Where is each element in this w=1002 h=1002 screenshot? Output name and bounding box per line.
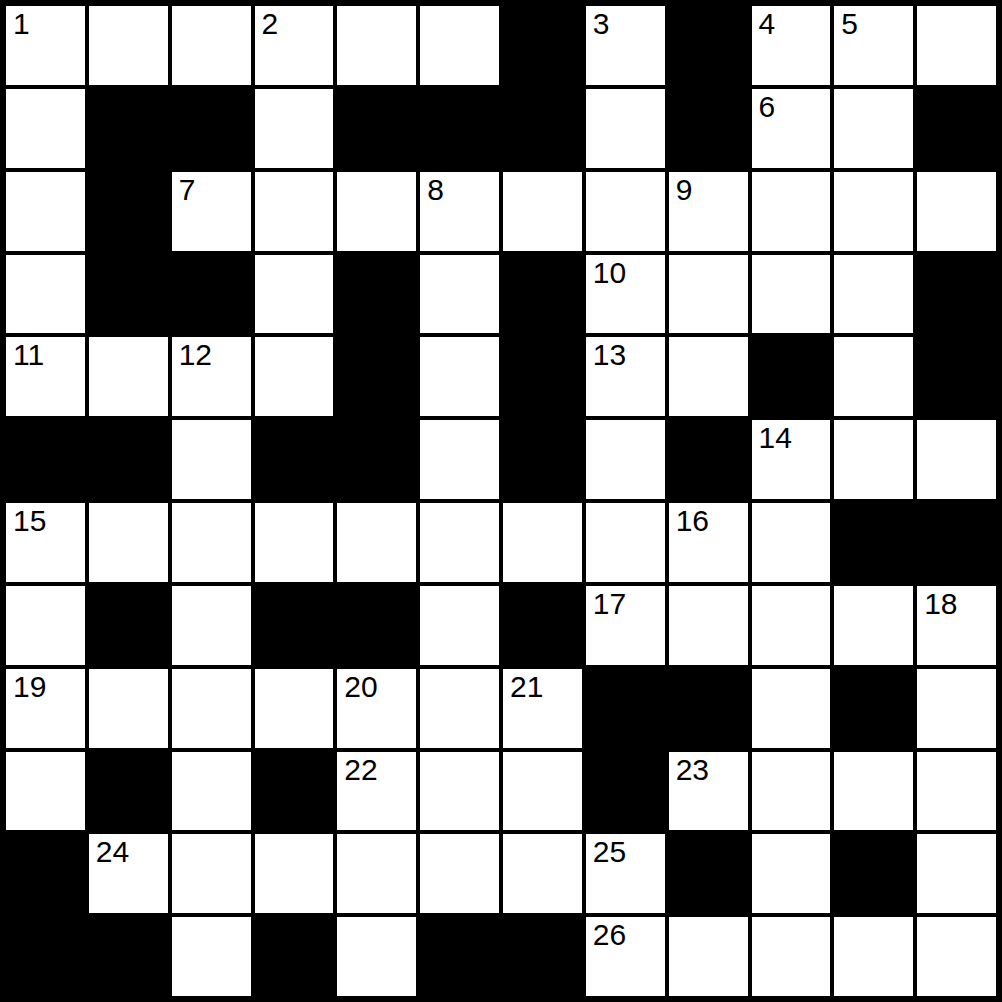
block-cell-r9c9	[669, 669, 748, 748]
block-cell-r9c11	[834, 669, 913, 748]
cell-r4c10[interactable]	[752, 255, 831, 334]
block-cell-r6c5	[337, 420, 416, 499]
cell-r11c5[interactable]	[337, 834, 416, 913]
cell-r1c8[interactable]: 3	[586, 6, 665, 85]
cell-r3c8[interactable]	[586, 172, 665, 251]
cell-r7c6[interactable]	[420, 503, 499, 582]
block-cell-r8c5	[337, 586, 416, 665]
block-cell-r6c4	[255, 420, 334, 499]
cell-r12c11[interactable]	[834, 917, 913, 996]
cell-r7c5[interactable]	[337, 503, 416, 582]
cell-r1c12[interactable]	[917, 6, 996, 85]
block-cell-r2c2	[89, 89, 168, 168]
clue-number-9: 9	[676, 173, 693, 206]
clue-number-25: 25	[593, 835, 626, 868]
block-cell-r8c7	[503, 586, 582, 665]
cell-r11c2[interactable]: 24	[89, 834, 168, 913]
cell-r10c10[interactable]	[752, 752, 831, 831]
cell-r11c3[interactable]	[172, 834, 251, 913]
cell-r1c10[interactable]: 4	[752, 6, 831, 85]
cell-r7c8[interactable]	[586, 503, 665, 582]
clue-number-26: 26	[593, 918, 626, 951]
block-cell-r1c9	[669, 6, 748, 85]
block-cell-r2c3	[172, 89, 251, 168]
cell-r5c4[interactable]	[255, 337, 334, 416]
clue-number-12: 12	[179, 338, 212, 371]
block-cell-r5c10	[752, 337, 831, 416]
cell-r3c5[interactable]	[337, 172, 416, 251]
block-cell-r12c2	[89, 917, 168, 996]
cell-r3c9[interactable]: 9	[669, 172, 748, 251]
cell-r3c11[interactable]	[834, 172, 913, 251]
block-cell-r5c12	[917, 337, 996, 416]
cell-r11c12[interactable]	[917, 834, 996, 913]
block-cell-r10c4	[255, 752, 334, 831]
cell-r6c3[interactable]	[172, 420, 251, 499]
block-cell-r7c12	[917, 503, 996, 582]
block-cell-r5c7	[503, 337, 582, 416]
cell-r6c8[interactable]	[586, 420, 665, 499]
cell-r1c6[interactable]	[420, 6, 499, 85]
block-cell-r3c2	[89, 172, 168, 251]
cell-r2c10[interactable]: 6	[752, 89, 831, 168]
clue-number-18: 18	[924, 587, 957, 620]
cell-r5c11[interactable]	[834, 337, 913, 416]
cell-r9c7[interactable]: 21	[503, 669, 582, 748]
clue-number-6: 6	[759, 90, 776, 123]
cell-r10c1[interactable]	[6, 752, 85, 831]
clue-number-20: 20	[344, 670, 377, 703]
cell-r1c1[interactable]: 1	[6, 6, 85, 85]
cell-r3c10[interactable]	[752, 172, 831, 251]
cell-r9c2[interactable]	[89, 669, 168, 748]
block-cell-r2c9	[669, 89, 748, 168]
cell-r1c11[interactable]: 5	[834, 6, 913, 85]
block-cell-r6c1	[6, 420, 85, 499]
block-cell-r8c4	[255, 586, 334, 665]
cell-r4c1[interactable]	[6, 255, 85, 334]
cell-r7c7[interactable]	[503, 503, 582, 582]
cell-r9c10[interactable]	[752, 669, 831, 748]
clue-number-10: 10	[593, 256, 626, 289]
cell-r3c6[interactable]: 8	[420, 172, 499, 251]
cell-r12c8[interactable]: 26	[586, 917, 665, 996]
cell-r10c3[interactable]	[172, 752, 251, 831]
clue-number-24: 24	[96, 835, 129, 868]
cell-r7c3[interactable]	[172, 503, 251, 582]
block-cell-r11c9	[669, 834, 748, 913]
clue-number-17: 17	[593, 587, 626, 620]
cell-r1c4[interactable]: 2	[255, 6, 334, 85]
block-cell-r6c2	[89, 420, 168, 499]
cell-r1c5[interactable]	[337, 6, 416, 85]
clue-number-13: 13	[593, 338, 626, 371]
block-cell-r11c1	[6, 834, 85, 913]
block-cell-r7c11	[834, 503, 913, 582]
block-cell-r1c7	[503, 6, 582, 85]
block-cell-r2c6	[420, 89, 499, 168]
block-cell-r12c4	[255, 917, 334, 996]
cell-r5c8[interactable]: 13	[586, 337, 665, 416]
clue-number-16: 16	[676, 504, 709, 537]
cell-r8c10[interactable]	[752, 586, 831, 665]
cell-r12c10[interactable]	[752, 917, 831, 996]
block-cell-r10c2	[89, 752, 168, 831]
cell-r11c7[interactable]	[503, 834, 582, 913]
block-cell-r4c3	[172, 255, 251, 334]
cell-r12c3[interactable]	[172, 917, 251, 996]
cell-r2c8[interactable]	[586, 89, 665, 168]
cell-r2c11[interactable]	[834, 89, 913, 168]
crossword-grid: 1234567891011121314151617181920212223242…	[0, 0, 1002, 1002]
block-cell-r11c11	[834, 834, 913, 913]
cell-r5c9[interactable]	[669, 337, 748, 416]
clue-number-22: 22	[344, 753, 377, 786]
block-cell-r4c7	[503, 255, 582, 334]
block-cell-r2c7	[503, 89, 582, 168]
cell-r10c5[interactable]: 22	[337, 752, 416, 831]
cell-r6c12[interactable]	[917, 420, 996, 499]
cell-r10c6[interactable]	[420, 752, 499, 831]
cell-r8c11[interactable]	[834, 586, 913, 665]
cell-r5c1[interactable]: 11	[6, 337, 85, 416]
cell-r11c10[interactable]	[752, 834, 831, 913]
cell-r4c6[interactable]	[420, 255, 499, 334]
cell-r10c7[interactable]	[503, 752, 582, 831]
block-cell-r8c2	[89, 586, 168, 665]
block-cell-r6c7	[503, 420, 582, 499]
clue-number-5: 5	[841, 7, 858, 40]
cell-r11c8[interactable]: 25	[586, 834, 665, 913]
cell-r3c3[interactable]: 7	[172, 172, 251, 251]
cell-r6c11[interactable]	[834, 420, 913, 499]
clue-number-19: 19	[13, 670, 46, 703]
cell-r8c3[interactable]	[172, 586, 251, 665]
cell-r10c11[interactable]	[834, 752, 913, 831]
cell-r8c8[interactable]: 17	[586, 586, 665, 665]
cell-r12c5[interactable]	[337, 917, 416, 996]
cell-r6c10[interactable]: 14	[752, 420, 831, 499]
cell-r1c2[interactable]	[89, 6, 168, 85]
clue-number-8: 8	[427, 173, 444, 206]
cell-r5c2[interactable]	[89, 337, 168, 416]
cell-r3c7[interactable]	[503, 172, 582, 251]
cell-r8c12[interactable]: 18	[917, 586, 996, 665]
block-cell-r4c12	[917, 255, 996, 334]
cell-r10c12[interactable]	[917, 752, 996, 831]
cell-r9c4[interactable]	[255, 669, 334, 748]
cell-r7c9[interactable]: 16	[669, 503, 748, 582]
cell-r9c6[interactable]	[420, 669, 499, 748]
block-cell-r2c12	[917, 89, 996, 168]
clue-number-1: 1	[13, 7, 30, 40]
clue-number-11: 11	[13, 338, 44, 371]
cell-r12c12[interactable]	[917, 917, 996, 996]
block-cell-r4c5	[337, 255, 416, 334]
cell-r7c2[interactable]	[89, 503, 168, 582]
cell-r3c12[interactable]	[917, 172, 996, 251]
cell-r9c1[interactable]: 19	[6, 669, 85, 748]
clue-number-7: 7	[179, 173, 196, 206]
cell-r8c1[interactable]	[6, 586, 85, 665]
block-cell-r12c7	[503, 917, 582, 996]
block-cell-r6c9	[669, 420, 748, 499]
block-cell-r12c6	[420, 917, 499, 996]
cell-r9c12[interactable]	[917, 669, 996, 748]
cell-r7c10[interactable]	[752, 503, 831, 582]
block-cell-r5c5	[337, 337, 416, 416]
cell-r4c9[interactable]	[669, 255, 748, 334]
cell-r11c6[interactable]	[420, 834, 499, 913]
clue-number-4: 4	[759, 7, 776, 40]
cell-r11c4[interactable]	[255, 834, 334, 913]
cell-r10c9[interactable]: 23	[669, 752, 748, 831]
cell-r5c3[interactable]: 12	[172, 337, 251, 416]
cell-r3c1[interactable]	[6, 172, 85, 251]
cell-r8c6[interactable]	[420, 586, 499, 665]
clue-number-3: 3	[593, 7, 610, 40]
block-cell-r12c1	[6, 917, 85, 996]
cell-r4c4[interactable]	[255, 255, 334, 334]
block-cell-r9c8	[586, 669, 665, 748]
cell-r4c11[interactable]	[834, 255, 913, 334]
cell-r7c4[interactable]	[255, 503, 334, 582]
cell-r8c9[interactable]	[669, 586, 748, 665]
cell-r5c6[interactable]	[420, 337, 499, 416]
cell-r7c1[interactable]: 15	[6, 503, 85, 582]
cell-r1c3[interactable]	[172, 6, 251, 85]
cell-r2c1[interactable]	[6, 89, 85, 168]
block-cell-r4c2	[89, 255, 168, 334]
cell-r9c5[interactable]: 20	[337, 669, 416, 748]
block-cell-r10c8	[586, 752, 665, 831]
clue-number-21: 21	[510, 670, 543, 703]
clue-number-14: 14	[759, 421, 792, 454]
clue-number-23: 23	[676, 753, 709, 786]
cell-r2c4[interactable]	[255, 89, 334, 168]
cell-r3c4[interactable]	[255, 172, 334, 251]
block-cell-r2c5	[337, 89, 416, 168]
clue-number-2: 2	[262, 7, 279, 40]
cell-r6c6[interactable]	[420, 420, 499, 499]
clue-number-15: 15	[13, 504, 46, 537]
cell-r9c3[interactable]	[172, 669, 251, 748]
cell-r4c8[interactable]: 10	[586, 255, 665, 334]
cell-r12c9[interactable]	[669, 917, 748, 996]
